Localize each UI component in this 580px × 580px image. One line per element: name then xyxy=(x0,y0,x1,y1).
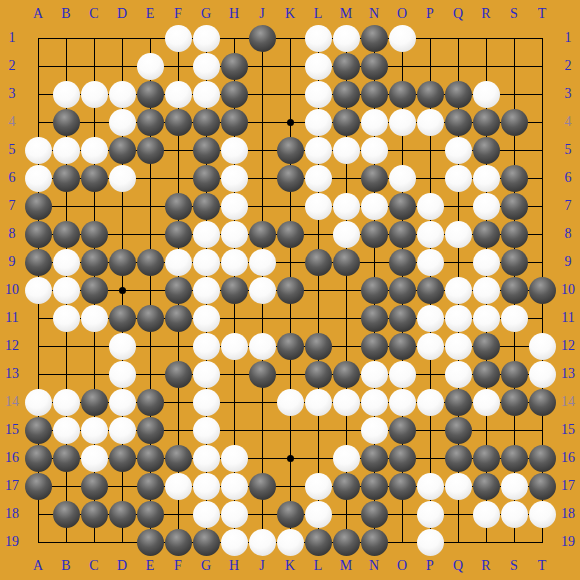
intersection-K7[interactable] xyxy=(276,192,304,220)
intersection-T4[interactable] xyxy=(528,108,556,136)
intersection-F2[interactable] xyxy=(164,52,192,80)
intersection-Q14[interactable]: ● xyxy=(444,388,472,416)
intersection-G19[interactable]: ● xyxy=(192,528,220,556)
intersection-R17[interactable]: ● xyxy=(472,472,500,500)
intersection-R18[interactable]: ○ xyxy=(472,500,500,528)
intersection-H14[interactable] xyxy=(220,388,248,416)
intersection-E11[interactable]: ● xyxy=(136,304,164,332)
intersection-R14[interactable]: ○ xyxy=(472,388,500,416)
intersection-M10[interactable] xyxy=(332,276,360,304)
intersection-H8[interactable]: ○ xyxy=(220,220,248,248)
intersection-A4[interactable] xyxy=(24,108,52,136)
intersection-O15[interactable]: ● xyxy=(388,416,416,444)
intersection-Q2[interactable] xyxy=(444,52,472,80)
intersection-T17[interactable]: ● xyxy=(528,472,556,500)
intersection-T13[interactable]: ○ xyxy=(528,360,556,388)
intersection-D13[interactable]: ○ xyxy=(108,360,136,388)
intersection-M19[interactable]: ● xyxy=(332,528,360,556)
intersection-O11[interactable]: ● xyxy=(388,304,416,332)
intersection-A14[interactable]: ○ xyxy=(24,388,52,416)
intersection-B7[interactable] xyxy=(52,192,80,220)
intersection-D2[interactable] xyxy=(108,52,136,80)
intersection-S2[interactable] xyxy=(500,52,528,80)
intersection-H16[interactable]: ○ xyxy=(220,444,248,472)
intersection-L5[interactable]: ○ xyxy=(304,136,332,164)
intersection-C6[interactable]: ● xyxy=(80,164,108,192)
intersection-A2[interactable] xyxy=(24,52,52,80)
intersection-E10[interactable] xyxy=(136,276,164,304)
intersection-E1[interactable] xyxy=(136,24,164,52)
intersection-O18[interactable] xyxy=(388,500,416,528)
intersection-R11[interactable]: ○ xyxy=(472,304,500,332)
intersection-E15[interactable]: ● xyxy=(136,416,164,444)
intersection-G9[interactable]: ○ xyxy=(192,248,220,276)
intersection-N19[interactable]: ● xyxy=(360,528,388,556)
intersection-J17[interactable]: ● xyxy=(248,472,276,500)
intersection-M8[interactable]: ○ xyxy=(332,220,360,248)
intersection-C12[interactable] xyxy=(80,332,108,360)
intersection-B19[interactable] xyxy=(52,528,80,556)
intersection-B2[interactable] xyxy=(52,52,80,80)
intersection-N5[interactable]: ○ xyxy=(360,136,388,164)
intersection-C4[interactable] xyxy=(80,108,108,136)
intersection-F3[interactable]: ○ xyxy=(164,80,192,108)
intersection-T5[interactable] xyxy=(528,136,556,164)
intersection-L17[interactable]: ○ xyxy=(304,472,332,500)
intersection-D7[interactable] xyxy=(108,192,136,220)
intersection-J2[interactable] xyxy=(248,52,276,80)
intersection-Q19[interactable] xyxy=(444,528,472,556)
intersection-Q3[interactable]: ● xyxy=(444,80,472,108)
intersection-G10[interactable]: ○ xyxy=(192,276,220,304)
intersection-O4[interactable]: ○ xyxy=(388,108,416,136)
intersection-K11[interactable] xyxy=(276,304,304,332)
intersection-R12[interactable]: ● xyxy=(472,332,500,360)
intersection-C10[interactable]: ● xyxy=(80,276,108,304)
intersection-F15[interactable] xyxy=(164,416,192,444)
intersection-M1[interactable]: ○ xyxy=(332,24,360,52)
intersection-D9[interactable]: ● xyxy=(108,248,136,276)
intersection-H18[interactable]: ○ xyxy=(220,500,248,528)
intersection-R7[interactable]: ○ xyxy=(472,192,500,220)
intersection-Q6[interactable]: ○ xyxy=(444,164,472,192)
intersection-S13[interactable]: ● xyxy=(500,360,528,388)
intersection-N1[interactable]: ● xyxy=(360,24,388,52)
intersection-D15[interactable]: ○ xyxy=(108,416,136,444)
intersection-A16[interactable]: ● xyxy=(24,444,52,472)
intersection-B13[interactable] xyxy=(52,360,80,388)
intersection-B8[interactable]: ● xyxy=(52,220,80,248)
intersection-M2[interactable]: ● xyxy=(332,52,360,80)
intersection-R15[interactable] xyxy=(472,416,500,444)
intersection-G12[interactable]: ○ xyxy=(192,332,220,360)
intersection-H7[interactable]: ○ xyxy=(220,192,248,220)
intersection-B11[interactable]: ○ xyxy=(52,304,80,332)
intersection-E5[interactable]: ● xyxy=(136,136,164,164)
intersection-J1[interactable]: ● xyxy=(248,24,276,52)
intersection-A17[interactable]: ● xyxy=(24,472,52,500)
intersection-C3[interactable]: ○ xyxy=(80,80,108,108)
intersection-P15[interactable] xyxy=(416,416,444,444)
intersection-G16[interactable]: ○ xyxy=(192,444,220,472)
intersection-O14[interactable]: ○ xyxy=(388,388,416,416)
intersection-K17[interactable] xyxy=(276,472,304,500)
intersection-E19[interactable]: ● xyxy=(136,528,164,556)
intersection-S4[interactable]: ● xyxy=(500,108,528,136)
intersection-O1[interactable]: ○ xyxy=(388,24,416,52)
intersection-P13[interactable] xyxy=(416,360,444,388)
intersection-T14[interactable]: ● xyxy=(528,388,556,416)
intersection-R9[interactable]: ○ xyxy=(472,248,500,276)
intersection-Q15[interactable]: ● xyxy=(444,416,472,444)
intersection-C11[interactable]: ○ xyxy=(80,304,108,332)
intersection-E8[interactable] xyxy=(136,220,164,248)
intersection-A11[interactable] xyxy=(24,304,52,332)
intersection-D12[interactable]: ○ xyxy=(108,332,136,360)
intersection-P7[interactable]: ○ xyxy=(416,192,444,220)
intersection-N13[interactable]: ○ xyxy=(360,360,388,388)
intersection-A1[interactable] xyxy=(24,24,52,52)
intersection-B12[interactable] xyxy=(52,332,80,360)
intersection-F13[interactable]: ● xyxy=(164,360,192,388)
intersection-S14[interactable]: ● xyxy=(500,388,528,416)
intersection-B14[interactable]: ○ xyxy=(52,388,80,416)
intersection-L16[interactable] xyxy=(304,444,332,472)
intersection-O17[interactable]: ● xyxy=(388,472,416,500)
intersection-O6[interactable]: ○ xyxy=(388,164,416,192)
intersection-R19[interactable] xyxy=(472,528,500,556)
intersection-H19[interactable]: ○ xyxy=(220,528,248,556)
intersection-C5[interactable]: ○ xyxy=(80,136,108,164)
intersection-P16[interactable] xyxy=(416,444,444,472)
intersection-P5[interactable] xyxy=(416,136,444,164)
intersection-B3[interactable]: ○ xyxy=(52,80,80,108)
intersection-R2[interactable] xyxy=(472,52,500,80)
intersection-M7[interactable]: ○ xyxy=(332,192,360,220)
intersection-H9[interactable]: ○ xyxy=(220,248,248,276)
intersection-Q18[interactable] xyxy=(444,500,472,528)
intersection-B1[interactable] xyxy=(52,24,80,52)
intersection-D14[interactable]: ○ xyxy=(108,388,136,416)
intersection-D1[interactable] xyxy=(108,24,136,52)
intersection-Q16[interactable]: ● xyxy=(444,444,472,472)
intersection-H12[interactable]: ○ xyxy=(220,332,248,360)
intersection-P18[interactable]: ○ xyxy=(416,500,444,528)
intersection-H15[interactable] xyxy=(220,416,248,444)
intersection-H5[interactable]: ○ xyxy=(220,136,248,164)
intersection-K16[interactable] xyxy=(276,444,304,472)
intersection-D10[interactable] xyxy=(108,276,136,304)
intersection-Q13[interactable]: ○ xyxy=(444,360,472,388)
intersection-S10[interactable]: ● xyxy=(500,276,528,304)
intersection-L3[interactable]: ○ xyxy=(304,80,332,108)
intersection-P19[interactable]: ○ xyxy=(416,528,444,556)
intersection-F14[interactable] xyxy=(164,388,192,416)
intersection-E7[interactable] xyxy=(136,192,164,220)
intersection-J9[interactable]: ○ xyxy=(248,248,276,276)
intersection-J12[interactable]: ○ xyxy=(248,332,276,360)
intersection-M3[interactable]: ● xyxy=(332,80,360,108)
intersection-P14[interactable]: ○ xyxy=(416,388,444,416)
intersection-M6[interactable] xyxy=(332,164,360,192)
intersection-L1[interactable]: ○ xyxy=(304,24,332,52)
intersection-L2[interactable]: ○ xyxy=(304,52,332,80)
intersection-S7[interactable]: ● xyxy=(500,192,528,220)
intersection-L12[interactable]: ● xyxy=(304,332,332,360)
intersection-D6[interactable]: ○ xyxy=(108,164,136,192)
intersection-S1[interactable] xyxy=(500,24,528,52)
intersection-L11[interactable] xyxy=(304,304,332,332)
intersection-T1[interactable] xyxy=(528,24,556,52)
intersection-T12[interactable]: ○ xyxy=(528,332,556,360)
intersection-F19[interactable]: ● xyxy=(164,528,192,556)
intersection-K8[interactable]: ● xyxy=(276,220,304,248)
intersection-K9[interactable] xyxy=(276,248,304,276)
intersection-Q9[interactable] xyxy=(444,248,472,276)
intersection-R1[interactable] xyxy=(472,24,500,52)
intersection-K1[interactable] xyxy=(276,24,304,52)
intersection-A19[interactable] xyxy=(24,528,52,556)
intersection-G8[interactable]: ○ xyxy=(192,220,220,248)
intersection-M11[interactable] xyxy=(332,304,360,332)
intersection-M5[interactable]: ○ xyxy=(332,136,360,164)
intersection-L7[interactable]: ○ xyxy=(304,192,332,220)
intersection-M12[interactable] xyxy=(332,332,360,360)
intersection-O7[interactable]: ● xyxy=(388,192,416,220)
intersection-A15[interactable]: ● xyxy=(24,416,52,444)
intersection-A6[interactable]: ○ xyxy=(24,164,52,192)
intersection-L4[interactable]: ○ xyxy=(304,108,332,136)
intersection-A10[interactable]: ○ xyxy=(24,276,52,304)
intersection-C2[interactable] xyxy=(80,52,108,80)
intersection-Q1[interactable] xyxy=(444,24,472,52)
intersection-C8[interactable]: ● xyxy=(80,220,108,248)
intersection-J13[interactable]: ● xyxy=(248,360,276,388)
intersection-B17[interactable] xyxy=(52,472,80,500)
intersection-M16[interactable]: ○ xyxy=(332,444,360,472)
intersection-K5[interactable]: ● xyxy=(276,136,304,164)
intersection-C17[interactable]: ● xyxy=(80,472,108,500)
intersection-K19[interactable]: ○ xyxy=(276,528,304,556)
intersection-E12[interactable] xyxy=(136,332,164,360)
intersection-N16[interactable]: ● xyxy=(360,444,388,472)
intersection-F8[interactable]: ● xyxy=(164,220,192,248)
intersection-E9[interactable]: ● xyxy=(136,248,164,276)
intersection-H6[interactable]: ○ xyxy=(220,164,248,192)
intersection-J18[interactable] xyxy=(248,500,276,528)
intersection-N6[interactable]: ● xyxy=(360,164,388,192)
intersection-J15[interactable] xyxy=(248,416,276,444)
intersection-D17[interactable] xyxy=(108,472,136,500)
intersection-G6[interactable]: ● xyxy=(192,164,220,192)
intersection-F16[interactable]: ● xyxy=(164,444,192,472)
intersection-E18[interactable]: ● xyxy=(136,500,164,528)
intersection-G17[interactable]: ○ xyxy=(192,472,220,500)
intersection-T10[interactable]: ● xyxy=(528,276,556,304)
intersection-L6[interactable]: ○ xyxy=(304,164,332,192)
intersection-L10[interactable] xyxy=(304,276,332,304)
intersection-H17[interactable]: ○ xyxy=(220,472,248,500)
intersection-E17[interactable]: ● xyxy=(136,472,164,500)
intersection-P8[interactable]: ○ xyxy=(416,220,444,248)
intersection-S9[interactable]: ● xyxy=(500,248,528,276)
intersection-T7[interactable] xyxy=(528,192,556,220)
intersection-G11[interactable]: ○ xyxy=(192,304,220,332)
intersection-D8[interactable] xyxy=(108,220,136,248)
intersection-M15[interactable] xyxy=(332,416,360,444)
intersection-M18[interactable] xyxy=(332,500,360,528)
intersection-K12[interactable]: ● xyxy=(276,332,304,360)
intersection-O5[interactable] xyxy=(388,136,416,164)
intersection-K4[interactable] xyxy=(276,108,304,136)
intersection-F17[interactable]: ○ xyxy=(164,472,192,500)
intersection-L13[interactable]: ● xyxy=(304,360,332,388)
intersection-R5[interactable]: ● xyxy=(472,136,500,164)
intersection-K2[interactable] xyxy=(276,52,304,80)
intersection-R4[interactable]: ● xyxy=(472,108,500,136)
intersection-P9[interactable]: ○ xyxy=(416,248,444,276)
intersection-R6[interactable]: ○ xyxy=(472,164,500,192)
intersection-Q5[interactable]: ○ xyxy=(444,136,472,164)
intersection-N2[interactable]: ● xyxy=(360,52,388,80)
intersection-C13[interactable] xyxy=(80,360,108,388)
intersection-N17[interactable]: ● xyxy=(360,472,388,500)
intersection-M14[interactable]: ○ xyxy=(332,388,360,416)
intersection-P12[interactable]: ○ xyxy=(416,332,444,360)
intersection-M9[interactable]: ● xyxy=(332,248,360,276)
intersection-J5[interactable] xyxy=(248,136,276,164)
intersection-C16[interactable]: ○ xyxy=(80,444,108,472)
intersection-P3[interactable]: ● xyxy=(416,80,444,108)
intersection-L19[interactable]: ● xyxy=(304,528,332,556)
intersection-S6[interactable]: ● xyxy=(500,164,528,192)
intersection-C1[interactable] xyxy=(80,24,108,52)
intersection-L18[interactable]: ○ xyxy=(304,500,332,528)
intersection-J14[interactable] xyxy=(248,388,276,416)
intersection-B5[interactable]: ○ xyxy=(52,136,80,164)
intersection-S12[interactable] xyxy=(500,332,528,360)
intersection-A8[interactable]: ● xyxy=(24,220,52,248)
intersection-G15[interactable]: ○ xyxy=(192,416,220,444)
intersection-D3[interactable]: ○ xyxy=(108,80,136,108)
intersection-D11[interactable]: ● xyxy=(108,304,136,332)
intersection-N18[interactable]: ● xyxy=(360,500,388,528)
intersection-K13[interactable] xyxy=(276,360,304,388)
intersection-O2[interactable] xyxy=(388,52,416,80)
intersection-K14[interactable]: ○ xyxy=(276,388,304,416)
intersection-T19[interactable] xyxy=(528,528,556,556)
intersection-S8[interactable]: ● xyxy=(500,220,528,248)
intersection-J11[interactable] xyxy=(248,304,276,332)
intersection-G3[interactable]: ○ xyxy=(192,80,220,108)
intersection-T2[interactable] xyxy=(528,52,556,80)
intersection-A7[interactable]: ● xyxy=(24,192,52,220)
intersection-D4[interactable]: ○ xyxy=(108,108,136,136)
intersection-P10[interactable]: ● xyxy=(416,276,444,304)
intersection-K10[interactable]: ● xyxy=(276,276,304,304)
intersection-O12[interactable]: ● xyxy=(388,332,416,360)
intersection-P6[interactable] xyxy=(416,164,444,192)
intersection-S11[interactable]: ○ xyxy=(500,304,528,332)
intersection-N12[interactable]: ● xyxy=(360,332,388,360)
intersection-T9[interactable] xyxy=(528,248,556,276)
intersection-P17[interactable]: ○ xyxy=(416,472,444,500)
intersection-T8[interactable] xyxy=(528,220,556,248)
intersection-F7[interactable]: ● xyxy=(164,192,192,220)
intersection-G2[interactable]: ○ xyxy=(192,52,220,80)
intersection-H13[interactable] xyxy=(220,360,248,388)
intersection-O9[interactable]: ● xyxy=(388,248,416,276)
intersection-T3[interactable] xyxy=(528,80,556,108)
intersection-D16[interactable]: ● xyxy=(108,444,136,472)
intersection-S16[interactable]: ● xyxy=(500,444,528,472)
intersection-Q12[interactable]: ○ xyxy=(444,332,472,360)
intersection-T11[interactable] xyxy=(528,304,556,332)
intersection-J8[interactable]: ● xyxy=(248,220,276,248)
intersection-L9[interactable]: ● xyxy=(304,248,332,276)
intersection-S3[interactable] xyxy=(500,80,528,108)
intersection-G13[interactable]: ○ xyxy=(192,360,220,388)
intersection-E14[interactable]: ● xyxy=(136,388,164,416)
intersection-J19[interactable]: ○ xyxy=(248,528,276,556)
intersection-Q8[interactable]: ○ xyxy=(444,220,472,248)
intersection-G1[interactable]: ○ xyxy=(192,24,220,52)
intersection-N11[interactable]: ● xyxy=(360,304,388,332)
intersection-F9[interactable]: ○ xyxy=(164,248,192,276)
intersection-N7[interactable]: ○ xyxy=(360,192,388,220)
intersection-F10[interactable]: ● xyxy=(164,276,192,304)
intersection-B6[interactable]: ● xyxy=(52,164,80,192)
intersection-L14[interactable]: ○ xyxy=(304,388,332,416)
intersection-C19[interactable] xyxy=(80,528,108,556)
intersection-G18[interactable]: ○ xyxy=(192,500,220,528)
intersection-S18[interactable]: ○ xyxy=(500,500,528,528)
intersection-Q17[interactable]: ○ xyxy=(444,472,472,500)
intersection-D18[interactable]: ● xyxy=(108,500,136,528)
intersection-F5[interactable] xyxy=(164,136,192,164)
intersection-F18[interactable] xyxy=(164,500,192,528)
intersection-O16[interactable]: ● xyxy=(388,444,416,472)
intersection-F12[interactable] xyxy=(164,332,192,360)
intersection-R3[interactable]: ○ xyxy=(472,80,500,108)
intersection-C15[interactable]: ○ xyxy=(80,416,108,444)
intersection-K6[interactable]: ● xyxy=(276,164,304,192)
intersection-H10[interactable]: ● xyxy=(220,276,248,304)
intersection-A12[interactable] xyxy=(24,332,52,360)
intersection-F6[interactable] xyxy=(164,164,192,192)
intersection-P1[interactable] xyxy=(416,24,444,52)
intersection-B18[interactable]: ● xyxy=(52,500,80,528)
intersection-P11[interactable]: ○ xyxy=(416,304,444,332)
intersection-S15[interactable] xyxy=(500,416,528,444)
intersection-P4[interactable]: ○ xyxy=(416,108,444,136)
intersection-J3[interactable] xyxy=(248,80,276,108)
intersection-T15[interactable] xyxy=(528,416,556,444)
intersection-G7[interactable]: ● xyxy=(192,192,220,220)
intersection-R16[interactable]: ● xyxy=(472,444,500,472)
intersection-H1[interactable] xyxy=(220,24,248,52)
intersection-R8[interactable]: ● xyxy=(472,220,500,248)
intersection-G5[interactable]: ● xyxy=(192,136,220,164)
intersection-K18[interactable]: ● xyxy=(276,500,304,528)
intersection-E3[interactable]: ● xyxy=(136,80,164,108)
intersection-K3[interactable] xyxy=(276,80,304,108)
intersection-E13[interactable] xyxy=(136,360,164,388)
intersection-Q10[interactable]: ○ xyxy=(444,276,472,304)
intersection-C7[interactable] xyxy=(80,192,108,220)
intersection-N10[interactable]: ● xyxy=(360,276,388,304)
intersection-G4[interactable]: ● xyxy=(192,108,220,136)
